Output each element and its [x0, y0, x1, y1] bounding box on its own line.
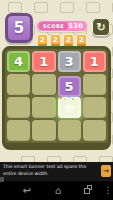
score-label: SCORE	[39, 22, 68, 30]
cell-r1c0	[7, 74, 30, 95]
cell-r2c1	[32, 97, 55, 118]
cell-r3c2	[58, 120, 81, 141]
arrow-right-icon: →	[103, 167, 109, 175]
ad-arrow-button[interactable]: →	[101, 165, 111, 177]
ad-banner[interactable]: This smart banner test ad spans the enti…	[0, 162, 113, 181]
cell-r1c1	[32, 74, 55, 95]
score-value: 530	[68, 22, 83, 30]
cell-r0c1: 1	[32, 51, 55, 72]
undo-icon: ↻	[96, 22, 105, 33]
queue-tile: 2	[37, 34, 48, 46]
recent-apps-button[interactable]	[82, 181, 94, 200]
recents-icon	[84, 188, 90, 194]
score-display: SCORE 530	[36, 20, 88, 32]
cell-r0c2: 3	[58, 51, 81, 72]
cell-r1c3	[83, 74, 106, 95]
queue-tile: 2	[50, 34, 61, 46]
cell-r3c3	[83, 120, 106, 141]
upcoming-tiles: 2 2 2 2	[37, 34, 87, 46]
cell-r1c2: 5	[58, 76, 81, 97]
cell-r2c0	[7, 97, 30, 118]
android-navigation-bar: ↩ ⌂ ⋮	[0, 181, 113, 200]
merge-sparkles-effect	[60, 97, 62, 99]
ad-text: This smart banner test ad spans the enti…	[3, 164, 97, 178]
home-button[interactable]: ⌂	[51, 181, 65, 200]
game-board[interactable]: 4 1 3 1 5 ★	[2, 46, 111, 150]
next-tile-value: 5	[14, 19, 24, 37]
undo-button[interactable]: ↻	[92, 18, 110, 36]
cell-r3c1	[32, 120, 55, 141]
cell-r0c0: 4	[7, 51, 30, 72]
cell-r2c3	[83, 97, 106, 118]
cell-r2c2: ★	[58, 97, 81, 118]
ad-overlay-mark	[0, 177, 4, 182]
next-tile: 5	[5, 13, 33, 43]
menu-button[interactable]: ⋮	[103, 181, 113, 200]
back-button[interactable]: ↩	[20, 181, 34, 200]
app-screen: 5 SCORE 530 ↻ 2 2 2 2 4 1 3 1 5 ★	[0, 0, 113, 200]
queue-tile: 2	[63, 34, 74, 46]
cell-r0c3: 1	[83, 51, 106, 72]
queue-tile: 2	[76, 34, 87, 46]
cell-r3c0	[7, 120, 30, 141]
